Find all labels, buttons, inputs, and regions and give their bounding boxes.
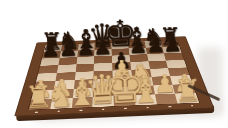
white-knight-b1[interactable]: ♞ (40, 83, 80, 110)
marker-dot (146, 107, 149, 108)
marker-dot (79, 110, 82, 111)
marker-dot (191, 105, 194, 106)
board-photo: ♜♞♝♛♚♝♞♜♟♟♟♟♟♟♟♟♟♞♟♟♟♟♟♟♟♜♞♝♛♚♝♜ (0, 0, 228, 128)
pieces-layer: ♜♞♝♛♚♝♞♜♟♟♟♟♟♟♟♟♟♞♟♟♟♟♟♟♟♜♞♝♛♚♝♜ (29, 40, 199, 110)
chess-board[interactable]: ♜♞♝♛♚♝♞♜♟♟♟♟♟♟♟♟♟♞♟♟♟♟♟♟♟♜♞♝♛♚♝♜ (14, 36, 214, 116)
marker-dot (124, 108, 127, 109)
piece-cell-f1: ♝ (134, 95, 156, 106)
board-scene: ♜♞♝♛♚♝♞♜♟♟♟♟♟♟♟♟♟♞♟♟♟♟♟♟♟♜♞♝♛♚♝♜ (0, 0, 228, 128)
marker-dot (57, 111, 60, 112)
marker-dot (168, 106, 171, 107)
white-bishop-f1[interactable]: ♝ (125, 77, 165, 106)
marker-dot (35, 112, 38, 113)
piece-cell-h1: ♜ (175, 93, 199, 104)
piece-cell-h7: ♟ (162, 46, 181, 53)
marker-dot (102, 109, 104, 110)
piece-cell-b1: ♞ (50, 98, 72, 109)
black-pawn-h7[interactable]: ♟ (156, 36, 189, 54)
